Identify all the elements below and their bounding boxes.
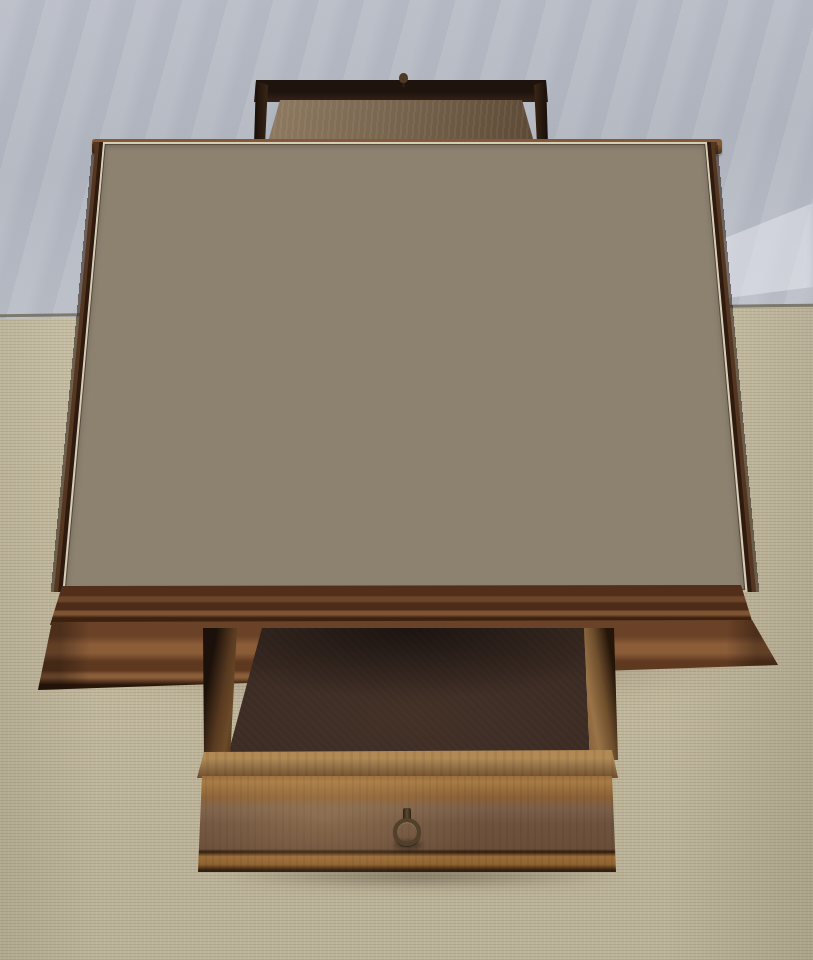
- front-drawer-top-edge: [197, 750, 618, 778]
- base-molding-rail: [50, 585, 753, 625]
- chess-board: [65, 144, 746, 590]
- top-drawer-knob: [399, 73, 408, 83]
- board-border: [62, 142, 747, 592]
- top-drawer-back-panel: [254, 80, 548, 102]
- drawer-ring-pull-icon: [393, 818, 421, 846]
- chess-table-top: [84, 123, 726, 583]
- photo-stage: [0, 0, 813, 960]
- board-frame: [62, 142, 747, 592]
- front-drawer-felt: [227, 628, 590, 758]
